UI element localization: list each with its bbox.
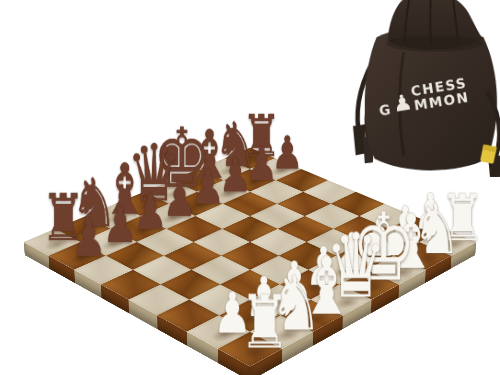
chess-board: ♜♞♝♛♚♝♞♜♟♟♟♟♟♟♟♟♟♟♟♟♟♟♟♟♜♞♝♛♚♝♞♜ <box>24 148 477 367</box>
product-photo-stage: ♜♞♝♛♚♝♞♜♟♟♟♟♟♟♟♟♟♟♟♟♟♟♟♟♜♞♝♛♚♝♞♜ <box>0 0 500 375</box>
bag-graphic: ♟ CHESS G MMON <box>350 0 500 180</box>
drawstring-bag: ♟ CHESS G MMON <box>350 0 500 180</box>
chess-scene: ♜♞♝♛♚♝♞♜♟♟♟♟♟♟♟♟♟♟♟♟♟♟♟♟♜♞♝♛♚♝♞♜ <box>0 0 500 375</box>
brown-pawn: ♟ <box>133 189 168 235</box>
bag-neck-cinch <box>387 35 483 51</box>
brown-pawn: ♟ <box>71 215 107 262</box>
board-tilt-wrapper: ♜♞♝♛♚♝♞♜♟♟♟♟♟♟♟♟♟♟♟♟♟♟♟♟♜♞♝♛♚♝♞♜ <box>24 148 477 367</box>
white-rook: ♜ <box>239 289 290 357</box>
brown-pawn: ♟ <box>103 202 138 248</box>
bag-logo-line2-left: G <box>378 101 393 118</box>
